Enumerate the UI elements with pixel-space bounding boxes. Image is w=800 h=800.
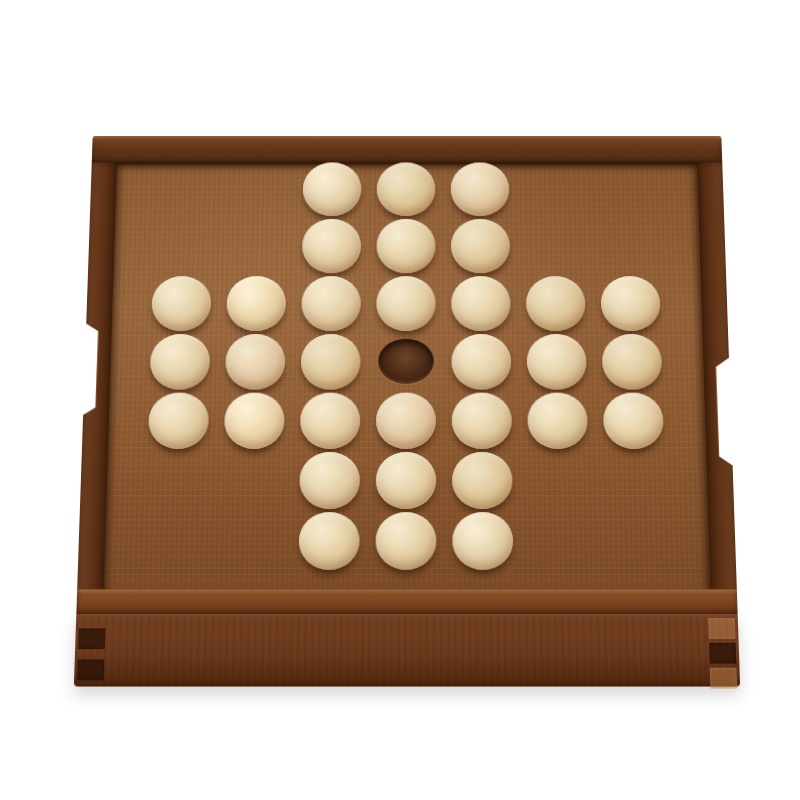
hole-g4: ●	[594, 332, 671, 391]
peg-d5[interactable]: ●	[376, 392, 436, 448]
hole-e6: ●	[444, 450, 521, 510]
offboard-f7	[521, 510, 599, 571]
hole-a4: ●	[142, 332, 219, 391]
hole-d6: ●	[368, 450, 444, 510]
peg-d1[interactable]: ●	[377, 162, 436, 216]
offboard-b6	[215, 450, 292, 510]
offboard-g6	[596, 450, 674, 510]
hole-c2: ●	[294, 217, 369, 274]
peg-c5[interactable]: ●	[300, 392, 360, 448]
peg-a4[interactable]: ●	[150, 334, 211, 390]
hole-a5: ●	[140, 391, 217, 450]
hole-d1: ●	[369, 161, 443, 217]
offboard-g2	[591, 217, 667, 274]
peg-c3[interactable]: ●	[301, 276, 361, 331]
hole-f4: ●	[519, 332, 595, 391]
empty-hole-d4[interactable]	[368, 332, 444, 391]
peg-d2[interactable]: ●	[377, 218, 436, 272]
hole-e3: ●	[443, 274, 518, 332]
hole-a3: ●	[143, 274, 219, 332]
peg-c4[interactable]: ●	[301, 334, 361, 390]
finger-joint	[78, 628, 105, 649]
offboard-f2	[517, 217, 592, 274]
finger-joint	[708, 618, 735, 639]
hole-c4: ●	[293, 332, 369, 391]
hole-c1: ●	[295, 161, 369, 217]
box-front-rim	[76, 589, 738, 616]
offboard-b1	[221, 161, 296, 217]
peg-g4[interactable]: ●	[602, 334, 663, 390]
finger-joint	[77, 659, 104, 680]
peg-e3[interactable]: ●	[451, 276, 511, 331]
offboard-f1	[517, 161, 592, 217]
offboard-b2	[219, 217, 294, 274]
hole-e7: ●	[444, 510, 521, 571]
hole-d7: ●	[367, 510, 444, 571]
hole-g3: ●	[593, 274, 669, 332]
peg-f4[interactable]: ●	[527, 334, 587, 390]
peg-g5[interactable]: ●	[603, 392, 664, 448]
peg-d6[interactable]: ●	[376, 451, 436, 508]
solitaire-board: ●●●●●●●●●●●●●●●●●●●●●●●●●●●●●●●●	[137, 161, 676, 571]
hole-c3: ●	[293, 274, 368, 332]
offboard-a7	[137, 510, 215, 571]
finger-joint	[709, 643, 736, 664]
peg-c1[interactable]: ●	[303, 162, 362, 216]
peg-e5[interactable]: ●	[452, 392, 512, 448]
offboard-g7	[597, 510, 675, 571]
hole-c7: ●	[291, 510, 368, 571]
box-front-panel	[74, 614, 740, 687]
peg-c7[interactable]: ●	[299, 512, 360, 570]
peg-g3[interactable]: ●	[600, 276, 660, 331]
peg-e6[interactable]: ●	[452, 451, 513, 508]
peg-a3[interactable]: ●	[151, 276, 211, 331]
offboard-f6	[520, 450, 597, 510]
hole-b5: ●	[216, 391, 293, 450]
hole-b4: ●	[217, 332, 293, 391]
hole-recess	[378, 339, 434, 384]
hole-c6: ●	[291, 450, 368, 510]
hole-b3: ●	[218, 274, 294, 332]
peg-f5[interactable]: ●	[527, 392, 588, 448]
peg-a5[interactable]: ●	[148, 392, 209, 448]
peg-c2[interactable]: ●	[302, 218, 361, 272]
hole-d5: ●	[368, 391, 444, 450]
finger-joint	[710, 668, 737, 689]
peg-b5[interactable]: ●	[224, 392, 285, 448]
offboard-a1	[146, 161, 221, 217]
hole-e1: ●	[443, 161, 517, 217]
peg-c6[interactable]: ●	[299, 451, 360, 508]
offboard-a2	[145, 217, 221, 274]
hole-f3: ●	[518, 274, 594, 332]
hole-e4: ●	[444, 332, 520, 391]
hole-e2: ●	[443, 217, 518, 274]
offboard-b7	[214, 510, 292, 571]
hole-c5: ●	[292, 391, 368, 450]
solitaire-box: ●●●●●●●●●●●●●●●●●●●●●●●●●●●●●●●●	[74, 136, 740, 686]
peg-e1[interactable]: ●	[451, 162, 510, 216]
peg-d3[interactable]: ●	[376, 276, 435, 331]
peg-b4[interactable]: ●	[225, 334, 285, 390]
hole-g5: ●	[595, 391, 672, 450]
peg-d7[interactable]: ●	[376, 512, 437, 570]
peg-e4[interactable]: ●	[451, 334, 511, 390]
peg-e7[interactable]: ●	[452, 512, 513, 570]
offboard-g1	[590, 161, 665, 217]
hole-d3: ●	[368, 274, 443, 332]
thumb-notch-left	[81, 322, 99, 416]
peg-e2[interactable]: ●	[451, 218, 510, 272]
peg-b3[interactable]: ●	[226, 276, 286, 331]
scene: ●●●●●●●●●●●●●●●●●●●●●●●●●●●●●●●●	[0, 0, 800, 800]
hole-d2: ●	[369, 217, 444, 274]
hole-f5: ●	[519, 391, 596, 450]
peg-f3[interactable]: ●	[526, 276, 586, 331]
offboard-a6	[138, 450, 216, 510]
hole-e5: ●	[444, 391, 520, 450]
